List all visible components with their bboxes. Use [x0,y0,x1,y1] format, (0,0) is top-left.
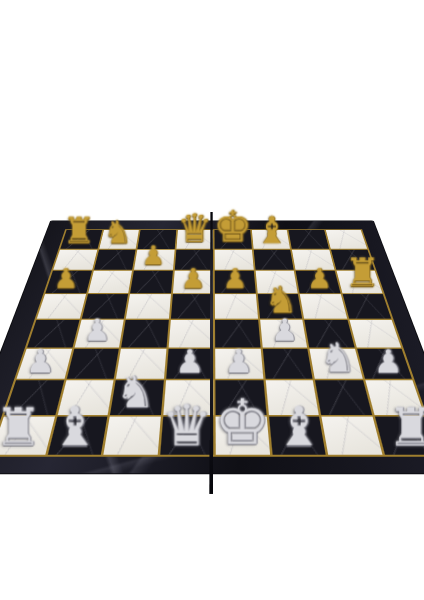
piece-gold-queen-d1: ♛ [177,211,212,248]
square-c5 [121,320,168,347]
square-f7 [265,380,319,414]
square-f1: ♝ [251,230,290,249]
square-a5 [27,320,79,347]
piece-silver-bishop-f8: ♝ [274,402,323,453]
square-h2 [331,249,375,269]
square-f5: ♟ [260,320,307,347]
square-c4 [126,294,171,319]
board-scene: ♜♞♛♚♝♟♟♟♟♟♜♞♟♟♟♟♟♞♟♞♜♝♛♚♝♜ [14,116,410,520]
square-f3 [255,271,297,293]
square-b8: ♝ [47,416,107,455]
piece-gold-pawn-a3: ♟ [54,266,79,292]
square-g5 [304,320,354,347]
square-h3: ♜ [336,271,382,293]
square-b7 [57,380,113,414]
piece-silver-pawn-b5: ♟ [83,317,110,346]
piece-gold-pawn-g3: ♟ [307,266,332,292]
piece-gold-bishop-f1: ♝ [255,212,288,247]
square-h6: ♟ [356,348,411,378]
square-c8 [103,416,160,455]
square-f8: ♝ [268,416,325,455]
square-h7 [365,380,424,414]
square-e5 [215,320,260,347]
square-a1: ♜ [60,230,102,249]
piece-silver-pawn-f5: ♟ [271,317,298,346]
piece-silver-rook-a8: ♜ [0,403,42,453]
board-tilt: ♜♞♛♚♝♟♟♟♟♟♜♞♟♟♟♟♟♞♟♞♜♝♛♚♝♜ [0,221,424,473]
square-h4 [342,294,391,319]
piece-gold-pawn-e3: ♟ [223,266,248,292]
piece-gold-pawn-d3: ♟ [180,266,205,292]
board-fold-seam [209,212,213,494]
square-b3 [88,271,132,293]
square-h5 [349,320,401,347]
square-c7: ♞ [110,380,163,414]
square-c3 [130,271,172,293]
square-a6: ♟ [17,348,72,378]
product-photo: ♜♞♛♚♝♟♟♟♟♟♜♞♟♟♟♟♟♞♟♞♜♝♛♚♝♜ [0,0,424,600]
square-g1 [288,230,328,249]
square-e6: ♟ [215,348,263,378]
square-a3: ♟ [45,271,91,293]
square-a7 [5,380,64,414]
piece-silver-king-e8: ♚ [214,393,270,453]
square-e2 [215,249,254,269]
square-d6: ♟ [166,348,213,378]
square-a2 [53,249,97,269]
square-d3: ♟ [172,271,212,293]
square-b2 [94,249,136,269]
square-b4 [81,294,128,319]
square-h8: ♜ [374,416,424,455]
square-a4 [37,294,86,319]
square-g7 [315,380,371,414]
square-e3: ♟ [215,271,256,293]
square-d2 [174,249,213,269]
square-c1 [137,230,175,249]
square-d5 [168,320,213,347]
square-c6 [116,348,166,378]
square-b6 [66,348,119,378]
piece-silver-bishop-b8: ♝ [50,402,99,453]
square-e8: ♚ [216,416,270,455]
square-b1: ♞ [99,230,139,249]
square-g2 [292,249,334,269]
square-d7 [163,380,213,414]
square-g6: ♞ [309,348,362,378]
square-d1: ♛ [176,230,213,249]
square-g4 [300,294,347,319]
square-b5: ♟ [74,320,123,347]
piece-silver-pawn-d6: ♟ [175,347,204,378]
piece-silver-rook-h8: ♜ [387,403,424,453]
square-f6 [262,348,312,378]
square-e1: ♚ [214,230,251,249]
piece-silver-pawn-h6: ♟ [373,347,402,378]
piece-silver-pawn-a6: ♟ [26,347,55,378]
piece-gold-knight-b1: ♞ [103,217,132,247]
piece-silver-pawn-e6: ♟ [225,347,254,378]
square-h1 [325,230,367,249]
square-c2: ♟ [134,249,174,269]
square-e4 [215,294,258,319]
square-g8 [321,416,382,455]
square-a8: ♜ [0,416,55,455]
chess-board: ♜♞♛♚♝♟♟♟♟♟♜♞♟♟♟♟♟♞♟♞♜♝♛♚♝♜ [0,221,424,473]
square-d8: ♛ [160,416,214,455]
piece-gold-rook-a1: ♜ [63,213,96,248]
square-e7 [215,380,266,414]
square-d4 [170,294,213,319]
piece-gold-king-e1: ♚ [214,207,253,248]
square-f2 [253,249,293,269]
square-f4: ♞ [257,294,302,319]
square-g3: ♟ [296,271,340,293]
